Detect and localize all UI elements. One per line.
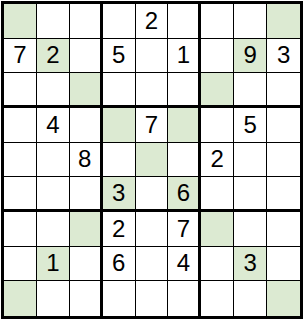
cell-r5c4[interactable] (103, 143, 136, 178)
cell-r3c4[interactable] (103, 73, 136, 108)
cell-r2c6-given[interactable]: 1 (168, 39, 201, 74)
cell-r6c7[interactable] (201, 177, 234, 212)
cell-r6c8[interactable] (234, 177, 267, 212)
cell-r3c5[interactable] (136, 73, 169, 108)
cell-r3c3[interactable] (70, 73, 103, 108)
cell-r4c3[interactable] (70, 108, 103, 143)
cell-r5c1[interactable] (4, 143, 37, 178)
cell-r4c6[interactable] (168, 108, 201, 143)
cell-r2c5[interactable] (136, 39, 169, 74)
cell-r3c7[interactable] (201, 73, 234, 108)
cell-r7c8[interactable] (234, 212, 267, 247)
cell-r1c8[interactable] (234, 4, 267, 39)
cell-r1c9[interactable] (267, 4, 300, 39)
cell-r4c1[interactable] (4, 108, 37, 143)
cell-r7c4-given[interactable]: 2 (103, 212, 136, 247)
cell-r6c6-given[interactable]: 6 (168, 177, 201, 212)
cell-r8c1[interactable] (4, 247, 37, 282)
cell-r9c9[interactable] (267, 281, 300, 316)
cell-r7c2[interactable] (37, 212, 70, 247)
cell-r6c2[interactable] (37, 177, 70, 212)
cell-r9c1[interactable] (4, 281, 37, 316)
cell-r1c2[interactable] (37, 4, 70, 39)
cell-r1c7[interactable] (201, 4, 234, 39)
cell-r5c7-given[interactable]: 2 (201, 143, 234, 178)
cell-r3c6[interactable] (168, 73, 201, 108)
cell-r4c4[interactable] (103, 108, 136, 143)
cell-r5c8[interactable] (234, 143, 267, 178)
cell-r8c8-given[interactable]: 3 (234, 247, 267, 282)
cell-r4c2-given[interactable]: 4 (37, 108, 70, 143)
cell-r8c2-given[interactable]: 1 (37, 247, 70, 282)
cell-r6c4-given[interactable]: 3 (103, 177, 136, 212)
sudoku-board: 27251934758236271643 (1, 1, 303, 319)
cell-r6c3[interactable] (70, 177, 103, 212)
cell-r2c3[interactable] (70, 39, 103, 74)
cell-r7c5[interactable] (136, 212, 169, 247)
cell-r8c6-given[interactable]: 4 (168, 247, 201, 282)
cell-r9c3[interactable] (70, 281, 103, 316)
cell-r4c5-given[interactable]: 7 (136, 108, 169, 143)
cell-r1c3[interactable] (70, 4, 103, 39)
cell-r4c9[interactable] (267, 108, 300, 143)
cell-r8c3[interactable] (70, 247, 103, 282)
cell-r6c9[interactable] (267, 177, 300, 212)
cell-r7c3[interactable] (70, 212, 103, 247)
cell-r9c8[interactable] (234, 281, 267, 316)
cell-r6c1[interactable] (4, 177, 37, 212)
cell-r7c7[interactable] (201, 212, 234, 247)
cell-r5c3-given[interactable]: 8 (70, 143, 103, 178)
cell-r8c5[interactable] (136, 247, 169, 282)
cell-r3c1[interactable] (4, 73, 37, 108)
cell-r5c6[interactable] (168, 143, 201, 178)
cell-r8c4-given[interactable]: 6 (103, 247, 136, 282)
sudoku-page: 27251934758236271643 (0, 0, 304, 320)
cell-r5c2[interactable] (37, 143, 70, 178)
cell-r4c7[interactable] (201, 108, 234, 143)
cell-r1c5-given[interactable]: 2 (136, 4, 169, 39)
cell-r9c6[interactable] (168, 281, 201, 316)
cell-r3c9[interactable] (267, 73, 300, 108)
cell-r1c1[interactable] (4, 4, 37, 39)
cell-r4c8-given[interactable]: 5 (234, 108, 267, 143)
cell-r5c9[interactable] (267, 143, 300, 178)
cell-r1c6[interactable] (168, 4, 201, 39)
cell-r7c9[interactable] (267, 212, 300, 247)
cell-r3c2[interactable] (37, 73, 70, 108)
cell-r2c7[interactable] (201, 39, 234, 74)
cell-r1c4[interactable] (103, 4, 136, 39)
cell-r2c9-given[interactable]: 3 (267, 39, 300, 74)
cell-r2c8-given[interactable]: 9 (234, 39, 267, 74)
cell-r2c2-given[interactable]: 2 (37, 39, 70, 74)
cell-r9c7[interactable] (201, 281, 234, 316)
cell-r9c5[interactable] (136, 281, 169, 316)
cell-r9c2[interactable] (37, 281, 70, 316)
cell-r3c8[interactable] (234, 73, 267, 108)
cell-r8c7[interactable] (201, 247, 234, 282)
cell-r7c1[interactable] (4, 212, 37, 247)
cell-r5c5[interactable] (136, 143, 169, 178)
cell-r8c9[interactable] (267, 247, 300, 282)
cell-r6c5[interactable] (136, 177, 169, 212)
cell-r7c6-given[interactable]: 7 (168, 212, 201, 247)
cell-r2c4-given[interactable]: 5 (103, 39, 136, 74)
cell-r9c4[interactable] (103, 281, 136, 316)
cell-r2c1-given[interactable]: 7 (4, 39, 37, 74)
